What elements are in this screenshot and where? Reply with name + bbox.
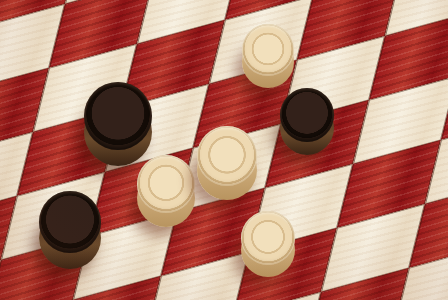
checker-piece-light[interactable] [197,126,257,200]
piece-top-face [197,126,257,186]
piece-top-face [241,211,295,265]
checker-piece-dark[interactable] [280,88,334,155]
checker-piece-dark[interactable] [39,191,101,269]
checker-piece-light[interactable] [242,24,294,88]
checker-piece-dark[interactable] [84,82,152,166]
board-photo [0,0,448,300]
piece-top-face [84,82,152,150]
checker-piece-light[interactable] [137,155,195,227]
piece-top-face [242,24,294,76]
piece-top-face [280,88,334,142]
piece-top-face [137,155,195,213]
checker-piece-light[interactable] [241,211,295,277]
piece-top-face [39,191,101,253]
